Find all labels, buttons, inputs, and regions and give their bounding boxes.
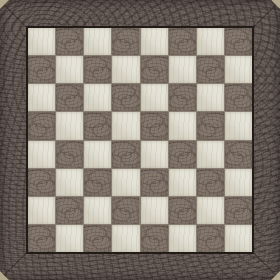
square-a5[interactable] <box>28 112 55 139</box>
square-b5[interactable] <box>56 112 83 139</box>
square-c6[interactable] <box>84 84 111 111</box>
square-f3[interactable] <box>169 169 196 196</box>
square-e1[interactable] <box>141 225 168 252</box>
square-f2[interactable] <box>169 197 196 224</box>
square-c7[interactable] <box>84 56 111 83</box>
chess-board-frame <box>0 0 280 280</box>
square-a3[interactable] <box>28 169 55 196</box>
square-a6[interactable] <box>28 84 55 111</box>
square-d8[interactable] <box>112 28 139 55</box>
square-e5[interactable] <box>141 112 168 139</box>
square-b4[interactable] <box>56 141 83 168</box>
square-c1[interactable] <box>84 225 111 252</box>
square-a2[interactable] <box>28 197 55 224</box>
square-a8[interactable] <box>28 28 55 55</box>
square-g4[interactable] <box>197 141 224 168</box>
square-a4[interactable] <box>28 141 55 168</box>
chess-board[interactable] <box>28 28 252 252</box>
square-h1[interactable] <box>225 225 252 252</box>
square-b2[interactable] <box>56 197 83 224</box>
square-f5[interactable] <box>169 112 196 139</box>
square-g1[interactable] <box>197 225 224 252</box>
square-g8[interactable] <box>197 28 224 55</box>
square-b3[interactable] <box>56 169 83 196</box>
square-c5[interactable] <box>84 112 111 139</box>
square-g5[interactable] <box>197 112 224 139</box>
board-inlay-border <box>26 26 254 254</box>
square-c2[interactable] <box>84 197 111 224</box>
square-e8[interactable] <box>141 28 168 55</box>
square-h6[interactable] <box>225 84 252 111</box>
square-e3[interactable] <box>141 169 168 196</box>
square-c4[interactable] <box>84 141 111 168</box>
square-h4[interactable] <box>225 141 252 168</box>
square-e6[interactable] <box>141 84 168 111</box>
square-d1[interactable] <box>112 225 139 252</box>
square-e2[interactable] <box>141 197 168 224</box>
square-g7[interactable] <box>197 56 224 83</box>
square-e7[interactable] <box>141 56 168 83</box>
square-f4[interactable] <box>169 141 196 168</box>
square-h2[interactable] <box>225 197 252 224</box>
square-h8[interactable] <box>225 28 252 55</box>
square-d5[interactable] <box>112 112 139 139</box>
square-a7[interactable] <box>28 56 55 83</box>
square-d6[interactable] <box>112 84 139 111</box>
square-g6[interactable] <box>197 84 224 111</box>
square-f8[interactable] <box>169 28 196 55</box>
square-b8[interactable] <box>56 28 83 55</box>
square-h5[interactable] <box>225 112 252 139</box>
square-d7[interactable] <box>112 56 139 83</box>
square-g2[interactable] <box>197 197 224 224</box>
square-c3[interactable] <box>84 169 111 196</box>
square-d2[interactable] <box>112 197 139 224</box>
square-h7[interactable] <box>225 56 252 83</box>
board-photo-background <box>0 0 280 280</box>
square-f7[interactable] <box>169 56 196 83</box>
square-b1[interactable] <box>56 225 83 252</box>
square-a1[interactable] <box>28 225 55 252</box>
square-h3[interactable] <box>225 169 252 196</box>
square-f1[interactable] <box>169 225 196 252</box>
square-d3[interactable] <box>112 169 139 196</box>
square-b7[interactable] <box>56 56 83 83</box>
square-d4[interactable] <box>112 141 139 168</box>
square-b6[interactable] <box>56 84 83 111</box>
square-e4[interactable] <box>141 141 168 168</box>
square-f6[interactable] <box>169 84 196 111</box>
square-g3[interactable] <box>197 169 224 196</box>
square-c8[interactable] <box>84 28 111 55</box>
